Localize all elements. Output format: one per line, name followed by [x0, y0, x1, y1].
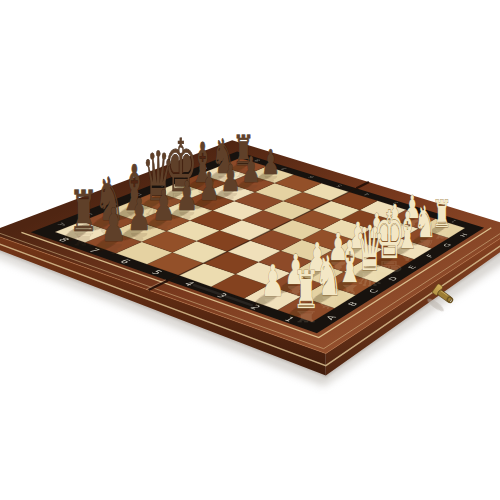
- piece-black-a7-pawn[interactable]: ♟: [101, 198, 127, 252]
- piece-black-c7-pawn[interactable]: ♟: [152, 181, 175, 229]
- product-photo: 12345678ABCDEFGH♜♜♞♞♟♟♝♝♟♟♚♚♟♟♟♟♛♛♟♟♝♝♟♟…: [0, 0, 500, 500]
- piece-black-h7-pawn[interactable]: ♟: [261, 142, 280, 182]
- piece-white-a2-pawn[interactable]: ♟: [261, 255, 285, 307]
- piece-white-a1-rook[interactable]: ♜: [293, 260, 320, 320]
- piece-black-f7-pawn[interactable]: ♟: [220, 157, 240, 199]
- piece-black-b7-pawn[interactable]: ♟: [127, 189, 151, 241]
- piece-black-d7-pawn[interactable]: ♟: [176, 172, 198, 219]
- chess-set: 12345678ABCDEFGH♜♜♞♞♟♟♝♝♟♟♚♚♟♟♟♟♛♛♟♟♝♝♟♟…: [0, 0, 500, 500]
- piece-black-a8-rook[interactable]: ♜: [69, 178, 98, 244]
- piece-black-g7-pawn[interactable]: ♟: [241, 149, 261, 190]
- piece-black-e7-pawn[interactable]: ♟: [199, 164, 220, 210]
